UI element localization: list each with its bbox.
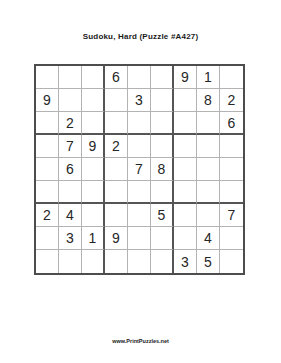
- cell-r9c7: 3: [174, 250, 197, 273]
- cell-r9c4: [105, 250, 128, 273]
- cell-r4c8: [197, 135, 220, 158]
- cell-r5c1: [36, 158, 59, 181]
- cell-r9c9: [220, 250, 243, 273]
- cell-r9c8: 5: [197, 250, 220, 273]
- cell-r7c7: [174, 204, 197, 227]
- cell-r2c4: [105, 89, 128, 112]
- cell-r6c5: [128, 181, 151, 204]
- puzzle-page: Sudoku, Hard (Puzzle #A427) 691938226792…: [0, 0, 281, 363]
- cell-r4c5: [128, 135, 151, 158]
- cell-r3c6: [151, 112, 174, 135]
- cell-r2c9: 2: [220, 89, 243, 112]
- cell-r3c8: [197, 112, 220, 135]
- cell-r5c3: [82, 158, 105, 181]
- cell-r1c8: 1: [197, 66, 220, 89]
- cell-r5c7: [174, 158, 197, 181]
- cell-r3c3: [82, 112, 105, 135]
- cell-r2c1: 9: [36, 89, 59, 112]
- cell-r5c8: [197, 158, 220, 181]
- cell-r3c1: [36, 112, 59, 135]
- cell-r7c9: 7: [220, 204, 243, 227]
- cell-r3c4: [105, 112, 128, 135]
- cell-r8c8: 4: [197, 227, 220, 250]
- cell-r4c1: [36, 135, 59, 158]
- cell-r6c9: [220, 181, 243, 204]
- cell-r4c4: 2: [105, 135, 128, 158]
- cell-r6c3: [82, 181, 105, 204]
- cell-r9c2: [59, 250, 82, 273]
- cell-r6c1: [36, 181, 59, 204]
- cell-r8c5: [128, 227, 151, 250]
- cell-r1c1: [36, 66, 59, 89]
- cell-r3c9: 6: [220, 112, 243, 135]
- sudoku-board: 6919382267926782457319435: [34, 64, 245, 275]
- cell-r4c2: 7: [59, 135, 82, 158]
- cell-r5c5: 7: [128, 158, 151, 181]
- cell-r7c5: [128, 204, 151, 227]
- cell-r2c7: [174, 89, 197, 112]
- cell-r9c6: [151, 250, 174, 273]
- cell-r4c6: [151, 135, 174, 158]
- cell-r4c3: 9: [82, 135, 105, 158]
- cell-r1c3: [82, 66, 105, 89]
- cell-r9c5: [128, 250, 151, 273]
- cell-r7c8: [197, 204, 220, 227]
- cell-r7c1: 2: [36, 204, 59, 227]
- cell-r2c6: [151, 89, 174, 112]
- cell-r6c6: [151, 181, 174, 204]
- puzzle-title: Sudoku, Hard (Puzzle #A427): [0, 32, 281, 41]
- cell-r8c9: [220, 227, 243, 250]
- cell-r2c5: 3: [128, 89, 151, 112]
- cell-r3c7: [174, 112, 197, 135]
- cell-r9c1: [36, 250, 59, 273]
- cell-r8c4: 9: [105, 227, 128, 250]
- footer-url: www.PrintPuzzles.net: [0, 338, 281, 344]
- cell-r6c7: [174, 181, 197, 204]
- cell-r1c2: [59, 66, 82, 89]
- cell-r1c4: 6: [105, 66, 128, 89]
- cell-r6c2: [59, 181, 82, 204]
- cell-r2c8: 8: [197, 89, 220, 112]
- cell-r6c8: [197, 181, 220, 204]
- cell-r1c7: 9: [174, 66, 197, 89]
- cell-r7c4: [105, 204, 128, 227]
- cell-r8c1: [36, 227, 59, 250]
- cell-r1c6: [151, 66, 174, 89]
- cell-r2c2: [59, 89, 82, 112]
- cell-r3c5: [128, 112, 151, 135]
- cell-r8c2: 3: [59, 227, 82, 250]
- cell-r5c2: 6: [59, 158, 82, 181]
- cell-r9c3: [82, 250, 105, 273]
- cell-r8c6: [151, 227, 174, 250]
- cell-r3c2: 2: [59, 112, 82, 135]
- cell-r8c3: 1: [82, 227, 105, 250]
- cell-r5c6: 8: [151, 158, 174, 181]
- cell-r1c5: [128, 66, 151, 89]
- cell-r7c6: 5: [151, 204, 174, 227]
- cell-r4c7: [174, 135, 197, 158]
- cell-r4c9: [220, 135, 243, 158]
- cell-r6c4: [105, 181, 128, 204]
- cell-r7c2: 4: [59, 204, 82, 227]
- cell-r1c9: [220, 66, 243, 89]
- cell-r2c3: [82, 89, 105, 112]
- cell-r7c3: [82, 204, 105, 227]
- cell-r8c7: [174, 227, 197, 250]
- cell-r5c4: [105, 158, 128, 181]
- cell-r5c9: [220, 158, 243, 181]
